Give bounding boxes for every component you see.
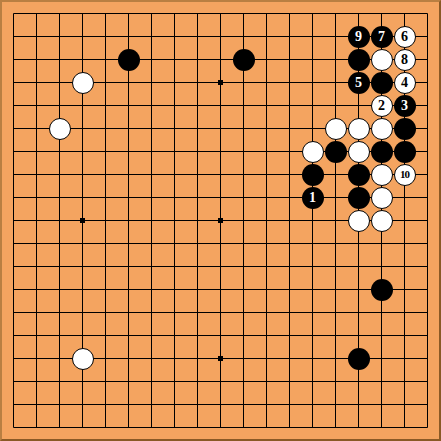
stone-white-move-8: 8 (394, 49, 416, 71)
stone-black (118, 49, 140, 71)
stone-black (394, 118, 416, 140)
go-board: 97685423101 (0, 0, 441, 441)
stone-white-move-10: 10 (394, 164, 416, 186)
stone-black-move-1: 1 (302, 187, 324, 209)
stone-black (302, 164, 324, 186)
stone-black (233, 49, 255, 71)
stone-white (371, 210, 393, 232)
stone-black (348, 164, 370, 186)
stone-black (371, 279, 393, 301)
stone-white-move-2: 2 (371, 95, 393, 117)
stone-black (371, 141, 393, 163)
stone-white-move-6: 6 (394, 26, 416, 48)
stone-black (348, 49, 370, 71)
stone-white (49, 118, 71, 140)
stone-white-move-4: 4 (394, 72, 416, 94)
stone-white (325, 118, 347, 140)
stone-white (371, 187, 393, 209)
stone-white (348, 141, 370, 163)
stone-black (348, 187, 370, 209)
stone-black (348, 348, 370, 370)
stone-white (371, 118, 393, 140)
stone-black-move-7: 7 (371, 26, 393, 48)
stone-black (394, 141, 416, 163)
stone-white (302, 141, 324, 163)
stone-white (72, 72, 94, 94)
stone-white (348, 118, 370, 140)
stone-white (348, 210, 370, 232)
stone-black-move-3: 3 (394, 95, 416, 117)
stone-black-move-5: 5 (348, 72, 370, 94)
stone-white (371, 49, 393, 71)
stone-white (371, 164, 393, 186)
stone-black (325, 141, 347, 163)
stones-layer: 97685423101 (2, 2, 439, 439)
stone-white (72, 348, 94, 370)
stone-black-move-9: 9 (348, 26, 370, 48)
stone-black (371, 72, 393, 94)
